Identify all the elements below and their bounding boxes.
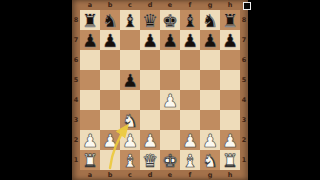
file-labels-bottom: abcdefgh bbox=[80, 170, 240, 180]
square-d1[interactable]: ♛ bbox=[140, 150, 160, 170]
black-bishop-c8: ♝ bbox=[122, 11, 138, 30]
square-c3[interactable]: ♞ bbox=[120, 110, 140, 130]
square-d3[interactable] bbox=[140, 110, 160, 130]
square-d2[interactable]: ♟ bbox=[140, 130, 160, 150]
white-rook-a1: ♜ bbox=[82, 151, 98, 170]
square-h6[interactable] bbox=[220, 50, 240, 70]
square-h3[interactable] bbox=[220, 110, 240, 130]
file-label-d: d bbox=[140, 170, 160, 180]
white-bishop-c1: ♝ bbox=[122, 151, 138, 170]
square-c5[interactable]: ♟ bbox=[120, 70, 140, 90]
square-a1[interactable]: ♜ bbox=[80, 150, 100, 170]
black-knight-g8: ♞ bbox=[202, 11, 218, 30]
white-pawn-f2: ♟ bbox=[182, 131, 198, 150]
rank-label-5: 5 bbox=[72, 70, 80, 90]
black-pawn-a7: ♟ bbox=[82, 31, 98, 50]
file-label-a: a bbox=[80, 170, 100, 180]
white-knight-c3: ♞ bbox=[122, 111, 138, 130]
file-label-g: g bbox=[200, 0, 220, 10]
rank-labels-right: 87654321 bbox=[240, 10, 248, 170]
white-pawn-e4: ♟ bbox=[162, 91, 178, 110]
square-c1[interactable]: ♝ bbox=[120, 150, 140, 170]
square-f2[interactable]: ♟ bbox=[180, 130, 200, 150]
black-pawn-b7: ♟ bbox=[102, 31, 118, 50]
square-b4[interactable] bbox=[100, 90, 120, 110]
square-d5[interactable] bbox=[140, 70, 160, 90]
white-bishop-f1: ♝ bbox=[182, 151, 198, 170]
white-rook-h1: ♜ bbox=[222, 151, 238, 170]
file-label-c: c bbox=[120, 170, 140, 180]
file-label-d: d bbox=[140, 0, 160, 10]
file-label-h: h bbox=[220, 0, 240, 10]
file-label-b: b bbox=[100, 0, 120, 10]
black-pawn-e7: ♟ bbox=[162, 31, 178, 50]
white-pawn-b2: ♟ bbox=[102, 131, 118, 150]
square-d8[interactable]: ♛ bbox=[140, 10, 160, 30]
video-frame: abcdefgh abcdefgh 87654321 87654321 ♜♞♝♛… bbox=[0, 0, 320, 180]
black-king-e8: ♚ bbox=[162, 11, 178, 30]
black-pawn-d7: ♟ bbox=[142, 31, 158, 50]
square-d6[interactable] bbox=[140, 50, 160, 70]
square-c2[interactable]: ♟ bbox=[120, 130, 140, 150]
rank-label-4: 4 bbox=[240, 90, 248, 110]
square-g7[interactable]: ♟ bbox=[200, 30, 220, 50]
black-pawn-c5: ♟ bbox=[122, 71, 138, 90]
file-labels-top: abcdefgh bbox=[80, 0, 240, 10]
square-h5[interactable] bbox=[220, 70, 240, 90]
square-e3[interactable] bbox=[160, 110, 180, 130]
rank-label-3: 3 bbox=[240, 110, 248, 130]
white-pawn-h2: ♟ bbox=[222, 131, 238, 150]
square-e2[interactable] bbox=[160, 130, 180, 150]
file-label-g: g bbox=[200, 170, 220, 180]
square-f7[interactable]: ♟ bbox=[180, 30, 200, 50]
white-king-e1: ♚ bbox=[162, 151, 178, 170]
square-e7[interactable]: ♟ bbox=[160, 30, 180, 50]
square-g4[interactable] bbox=[200, 90, 220, 110]
square-a3[interactable] bbox=[80, 110, 100, 130]
square-f3[interactable] bbox=[180, 110, 200, 130]
black-bishop-f8: ♝ bbox=[182, 11, 198, 30]
square-e8[interactable]: ♚ bbox=[160, 10, 180, 30]
black-rook-a8: ♜ bbox=[82, 11, 98, 30]
square-f1[interactable]: ♝ bbox=[180, 150, 200, 170]
square-f5[interactable] bbox=[180, 70, 200, 90]
square-e1[interactable]: ♚ bbox=[160, 150, 180, 170]
black-pawn-h7: ♟ bbox=[222, 31, 238, 50]
black-knight-b8: ♞ bbox=[102, 11, 118, 30]
square-a4[interactable] bbox=[80, 90, 100, 110]
square-c6[interactable] bbox=[120, 50, 140, 70]
file-label-b: b bbox=[100, 170, 120, 180]
square-g5[interactable] bbox=[200, 70, 220, 90]
square-f4[interactable] bbox=[180, 90, 200, 110]
rank-label-8: 8 bbox=[72, 10, 80, 30]
rank-label-6: 6 bbox=[240, 50, 248, 70]
file-label-f: f bbox=[180, 0, 200, 10]
white-pawn-g2: ♟ bbox=[202, 131, 218, 150]
white-queen-d1: ♛ bbox=[142, 151, 158, 170]
chess-board: abcdefgh abcdefgh 87654321 87654321 ♜♞♝♛… bbox=[72, 0, 248, 180]
white-knight-g1: ♞ bbox=[202, 151, 218, 170]
square-b5[interactable] bbox=[100, 70, 120, 90]
square-b7[interactable]: ♟ bbox=[100, 30, 120, 50]
file-label-f: f bbox=[180, 170, 200, 180]
square-e5[interactable] bbox=[160, 70, 180, 90]
square-h4[interactable] bbox=[220, 90, 240, 110]
square-g2[interactable]: ♟ bbox=[200, 130, 220, 150]
square-a5[interactable] bbox=[80, 70, 100, 90]
corner-square-icon bbox=[243, 2, 251, 10]
rank-label-3: 3 bbox=[72, 110, 80, 130]
rank-label-6: 6 bbox=[72, 50, 80, 70]
rank-label-2: 2 bbox=[240, 130, 248, 150]
file-label-e: e bbox=[160, 170, 180, 180]
square-h7[interactable]: ♟ bbox=[220, 30, 240, 50]
square-e6[interactable] bbox=[160, 50, 180, 70]
rank-labels-left: 87654321 bbox=[72, 10, 80, 170]
square-g6[interactable] bbox=[200, 50, 220, 70]
black-pawn-g7: ♟ bbox=[202, 31, 218, 50]
square-h8[interactable]: ♜ bbox=[220, 10, 240, 30]
white-pawn-c2: ♟ bbox=[122, 131, 138, 150]
square-c7[interactable] bbox=[120, 30, 140, 50]
square-d4[interactable] bbox=[140, 90, 160, 110]
square-a6[interactable] bbox=[80, 50, 100, 70]
square-a2[interactable]: ♟ bbox=[80, 130, 100, 150]
square-e4[interactable]: ♟ bbox=[160, 90, 180, 110]
square-a8[interactable]: ♜ bbox=[80, 10, 100, 30]
square-h1[interactable]: ♜ bbox=[220, 150, 240, 170]
black-pawn-f7: ♟ bbox=[182, 31, 198, 50]
rank-label-1: 1 bbox=[72, 150, 80, 170]
white-pawn-a2: ♟ bbox=[82, 131, 98, 150]
square-d7[interactable]: ♟ bbox=[140, 30, 160, 50]
file-label-h: h bbox=[220, 170, 240, 180]
rank-label-2: 2 bbox=[72, 130, 80, 150]
square-g1[interactable]: ♞ bbox=[200, 150, 220, 170]
rank-label-7: 7 bbox=[72, 30, 80, 50]
black-queen-d8: ♛ bbox=[142, 11, 158, 30]
rank-label-5: 5 bbox=[240, 70, 248, 90]
square-f6[interactable] bbox=[180, 50, 200, 70]
square-g8[interactable]: ♞ bbox=[200, 10, 220, 30]
square-c8[interactable]: ♝ bbox=[120, 10, 140, 30]
rank-label-7: 7 bbox=[240, 30, 248, 50]
file-label-e: e bbox=[160, 0, 180, 10]
rank-label-1: 1 bbox=[240, 150, 248, 170]
file-label-a: a bbox=[80, 0, 100, 10]
white-pawn-d2: ♟ bbox=[142, 131, 158, 150]
square-b1[interactable] bbox=[100, 150, 120, 170]
rank-label-8: 8 bbox=[240, 10, 248, 30]
square-a7[interactable]: ♟ bbox=[80, 30, 100, 50]
rank-label-4: 4 bbox=[72, 90, 80, 110]
square-h2[interactable]: ♟ bbox=[220, 130, 240, 150]
square-g3[interactable] bbox=[200, 110, 220, 130]
square-b6[interactable] bbox=[100, 50, 120, 70]
square-b3[interactable] bbox=[100, 110, 120, 130]
square-c4[interactable] bbox=[120, 90, 140, 110]
square-f8[interactable]: ♝ bbox=[180, 10, 200, 30]
square-b8[interactable]: ♞ bbox=[100, 10, 120, 30]
black-rook-h8: ♜ bbox=[222, 11, 238, 30]
square-b2[interactable]: ♟ bbox=[100, 130, 120, 150]
board-grid: ♜♞♝♛♚♝♞♜♟♟♟♟♟♟♟♟♟♞♟♟♟♟♟♟♟♜♝♛♚♝♞♜ bbox=[80, 10, 240, 170]
file-label-c: c bbox=[120, 0, 140, 10]
